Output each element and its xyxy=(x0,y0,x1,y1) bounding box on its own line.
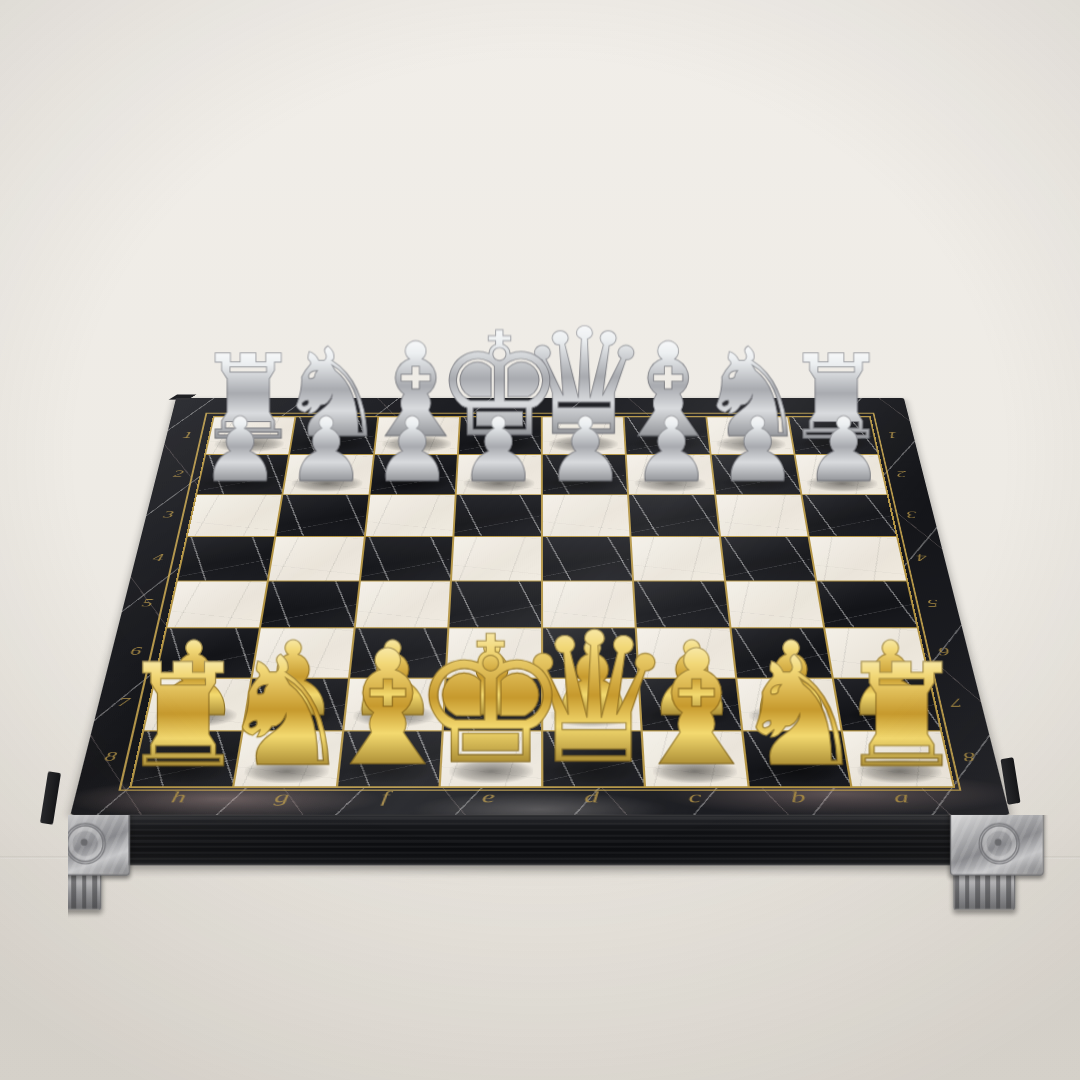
board-marble-frame: ♜♞♝♚♛♝♞♜♟♟♟♟♟♟♟♟♟♟♟♟♟♟♟♟♜♞♝♚♛♝♞♜ hgfedcb… xyxy=(70,398,1009,815)
foot-toe xyxy=(953,873,1015,910)
piece-silver-pawn-f2[interactable]: ♟ xyxy=(373,408,453,492)
square-d3[interactable] xyxy=(543,495,630,536)
foot-plate xyxy=(950,809,1044,875)
square-a3[interactable] xyxy=(802,495,896,536)
square-d4[interactable] xyxy=(543,537,632,580)
file-label-b: b xyxy=(745,788,852,813)
file-label-a: a xyxy=(848,788,956,813)
square-g2[interactable]: ♟ xyxy=(284,455,373,494)
rank-label-right-4: 4 xyxy=(895,536,949,580)
square-h3[interactable] xyxy=(188,495,282,536)
square-b8[interactable]: ♞ xyxy=(743,731,850,786)
foot-toe xyxy=(40,873,102,910)
square-f2[interactable]: ♟ xyxy=(370,455,457,494)
square-g8[interactable]: ♞ xyxy=(235,731,342,786)
board-front-edge xyxy=(68,815,1012,865)
square-c3[interactable] xyxy=(629,495,718,536)
file-labels: hgfedcba xyxy=(124,788,957,813)
board-foot-right xyxy=(950,809,1044,910)
file-label-c: c xyxy=(643,788,748,813)
piece-silver-pawn-h2[interactable]: ♟ xyxy=(200,408,280,492)
square-e2[interactable]: ♟ xyxy=(456,455,541,494)
square-e4[interactable] xyxy=(452,537,541,580)
square-c4[interactable] xyxy=(632,537,724,580)
file-label-e: e xyxy=(436,788,540,813)
scene-backdrop: ♜♞♝♚♛♝♞♜♟♟♟♟♟♟♟♟♟♟♟♟♟♟♟♟♜♞♝♚♛♝♞♜ hgfedcb… xyxy=(0,0,1080,1080)
rank-label-right-3: 3 xyxy=(886,494,938,536)
square-e3[interactable] xyxy=(454,495,541,536)
square-d2[interactable]: ♟ xyxy=(543,455,628,494)
square-e8[interactable]: ♚ xyxy=(440,731,541,786)
square-a2[interactable]: ♟ xyxy=(795,455,886,494)
piece-silver-pawn-b2[interactable]: ♟ xyxy=(718,408,798,492)
hinge-tab-far-corner xyxy=(169,395,197,400)
piece-silver-pawn-g2[interactable]: ♟ xyxy=(286,408,366,492)
square-f3[interactable] xyxy=(365,495,454,536)
square-g3[interactable] xyxy=(277,495,368,536)
piece-silver-pawn-c2[interactable]: ♟ xyxy=(632,408,712,492)
square-f4[interactable] xyxy=(360,537,452,580)
square-b3[interactable] xyxy=(716,495,808,536)
square-b4[interactable] xyxy=(721,537,815,580)
chess-board: ♜♞♝♚♛♝♞♜♟♟♟♟♟♟♟♟♟♟♟♟♟♟♟♟♜♞♝♚♛♝♞♜ hgfedcb… xyxy=(70,398,1009,815)
file-label-d: d xyxy=(540,788,644,813)
rank-label-right-1: 1 xyxy=(868,416,917,454)
piece-gold-knight-b8[interactable]: ♞ xyxy=(732,641,867,784)
perspective-scene: ♜♞♝♚♛♝♞♜♟♟♟♟♟♟♟♟♟♟♟♟♟♟♟♟♜♞♝♚♛♝♞♜ hgfedcb… xyxy=(130,170,950,990)
piece-silver-pawn-d2[interactable]: ♟ xyxy=(545,408,625,492)
rank-label-right-2: 2 xyxy=(877,454,928,494)
square-h4[interactable] xyxy=(178,537,275,580)
volute-scroll-icon xyxy=(65,823,106,864)
volute-scroll-icon xyxy=(979,823,1020,864)
piece-silver-pawn-e2[interactable]: ♟ xyxy=(459,408,539,492)
square-b2[interactable]: ♟ xyxy=(711,455,800,494)
piece-gold-knight-g8[interactable]: ♞ xyxy=(218,641,353,784)
board-grid: ♜♞♝♚♛♝♞♜♟♟♟♟♟♟♟♟♟♟♟♟♟♟♟♟♜♞♝♚♛♝♞♜ xyxy=(129,416,955,787)
square-h2[interactable]: ♟ xyxy=(197,455,288,494)
rank-label-left-1: 1 xyxy=(163,416,212,454)
file-label-g: g xyxy=(228,788,335,813)
file-label-f: f xyxy=(332,788,437,813)
piece-gold-king-e8[interactable]: ♚ xyxy=(412,618,570,785)
square-c2[interactable]: ♟ xyxy=(627,455,714,494)
square-a4[interactable] xyxy=(809,537,906,580)
square-g4[interactable] xyxy=(269,537,363,580)
file-label-h: h xyxy=(124,788,232,813)
